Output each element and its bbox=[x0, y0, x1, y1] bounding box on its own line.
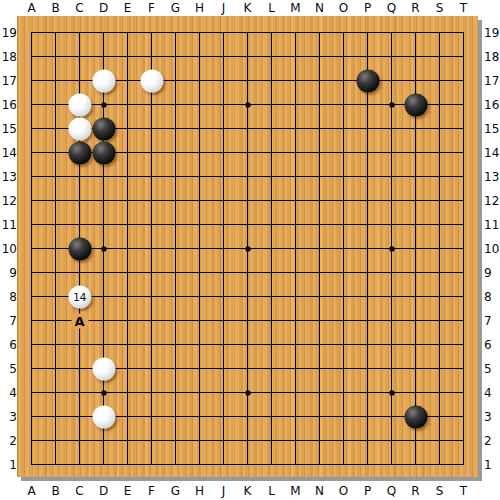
stone-white-F17[interactable] bbox=[140, 69, 163, 92]
coord-col-P: P bbox=[356, 484, 380, 498]
coord-row-8: 8 bbox=[484, 290, 500, 304]
coord-row-8: 8 bbox=[0, 290, 17, 304]
coord-row-18: 18 bbox=[0, 50, 17, 64]
stone-black-D15[interactable] bbox=[92, 117, 115, 140]
coord-row-13: 13 bbox=[484, 170, 500, 184]
coord-col-T: T bbox=[452, 484, 476, 498]
coord-col-B: B bbox=[44, 484, 68, 498]
coord-row-2: 2 bbox=[484, 434, 500, 448]
point-label-C7: A bbox=[71, 313, 88, 328]
coord-col-R: R bbox=[404, 1, 428, 15]
coord-row-1: 1 bbox=[484, 458, 500, 472]
coord-col-E: E bbox=[116, 1, 140, 15]
coord-row-12: 12 bbox=[484, 194, 500, 208]
coord-col-Q: Q bbox=[380, 484, 404, 498]
coord-col-O: O bbox=[332, 484, 356, 498]
coord-col-F: F bbox=[140, 1, 164, 15]
star-point-K16 bbox=[245, 102, 250, 107]
stone-black-P17[interactable] bbox=[356, 69, 379, 92]
coord-col-G: G bbox=[164, 484, 188, 498]
coord-col-T: T bbox=[452, 1, 476, 15]
coord-col-B: B bbox=[44, 1, 68, 15]
coord-col-C: C bbox=[68, 484, 92, 498]
coord-row-19: 19 bbox=[484, 26, 500, 40]
stone-white-D17[interactable] bbox=[92, 69, 115, 92]
coord-col-N: N bbox=[308, 1, 332, 15]
coord-row-7: 7 bbox=[0, 314, 17, 328]
move-number: 14 bbox=[73, 291, 86, 302]
coord-col-S: S bbox=[428, 1, 452, 15]
coord-col-R: R bbox=[404, 484, 428, 498]
coord-col-L: L bbox=[260, 484, 284, 498]
coord-col-K: K bbox=[236, 484, 260, 498]
coord-col-D: D bbox=[92, 1, 116, 15]
star-point-D4 bbox=[101, 390, 106, 395]
coord-col-E: E bbox=[116, 484, 140, 498]
stone-white-D3[interactable] bbox=[92, 405, 115, 428]
star-point-Q10 bbox=[389, 246, 394, 251]
stone-black-C14[interactable] bbox=[68, 141, 91, 164]
coord-row-6: 6 bbox=[484, 338, 500, 352]
coord-col-L: L bbox=[260, 1, 284, 15]
coord-col-C: C bbox=[68, 1, 92, 15]
coord-row-12: 12 bbox=[0, 194, 17, 208]
stone-white-C8[interactable]: 14 bbox=[68, 285, 91, 308]
coord-row-2: 2 bbox=[0, 434, 17, 448]
coord-row-7: 7 bbox=[484, 314, 500, 328]
coord-row-5: 5 bbox=[484, 362, 500, 376]
coord-row-3: 3 bbox=[484, 410, 500, 424]
go-board-page: 14 A ABCDEFGHJKLMNOPQRST ABCDEFGHJKLMNOP… bbox=[0, 0, 500, 500]
coord-row-15: 15 bbox=[484, 122, 500, 136]
coord-row-14: 14 bbox=[0, 146, 17, 160]
coord-row-10: 10 bbox=[484, 242, 500, 256]
coord-row-19: 19 bbox=[0, 26, 17, 40]
coord-col-F: F bbox=[140, 484, 164, 498]
coord-col-G: G bbox=[164, 1, 188, 15]
stone-black-R16[interactable] bbox=[404, 93, 427, 116]
coord-row-11: 11 bbox=[484, 218, 500, 232]
stone-white-D5[interactable] bbox=[92, 357, 115, 380]
coord-col-M: M bbox=[284, 1, 308, 15]
coord-col-P: P bbox=[356, 1, 380, 15]
star-point-Q16 bbox=[389, 102, 394, 107]
star-point-D16 bbox=[101, 102, 106, 107]
coord-col-A: A bbox=[20, 1, 44, 15]
coord-col-S: S bbox=[428, 484, 452, 498]
stone-white-C16[interactable] bbox=[68, 93, 91, 116]
coord-row-11: 11 bbox=[0, 218, 17, 232]
coord-row-3: 3 bbox=[0, 410, 17, 424]
coord-row-18: 18 bbox=[484, 50, 500, 64]
coord-col-M: M bbox=[284, 484, 308, 498]
coord-row-17: 17 bbox=[484, 74, 500, 88]
coord-row-16: 16 bbox=[484, 98, 500, 112]
coord-row-4: 4 bbox=[0, 386, 17, 400]
coord-row-16: 16 bbox=[0, 98, 17, 112]
coord-col-Q: Q bbox=[380, 1, 404, 15]
coord-col-H: H bbox=[188, 484, 212, 498]
star-point-D10 bbox=[101, 246, 106, 251]
coord-col-H: H bbox=[188, 1, 212, 15]
coord-row-4: 4 bbox=[484, 386, 500, 400]
coord-row-9: 9 bbox=[484, 266, 500, 280]
coord-row-14: 14 bbox=[484, 146, 500, 160]
coord-col-N: N bbox=[308, 484, 332, 498]
coord-col-J: J bbox=[212, 1, 236, 15]
stone-black-D14[interactable] bbox=[92, 141, 115, 164]
star-point-K10 bbox=[245, 246, 250, 251]
coord-row-13: 13 bbox=[0, 170, 17, 184]
stone-black-R3[interactable] bbox=[404, 405, 427, 428]
coord-col-O: O bbox=[332, 1, 356, 15]
coord-col-K: K bbox=[236, 1, 260, 15]
star-point-K4 bbox=[245, 390, 250, 395]
coord-row-9: 9 bbox=[0, 266, 17, 280]
stone-black-C10[interactable] bbox=[68, 237, 91, 260]
coord-row-10: 10 bbox=[0, 242, 17, 256]
coord-row-5: 5 bbox=[0, 362, 17, 376]
coord-row-6: 6 bbox=[0, 338, 17, 352]
stone-white-C15[interactable] bbox=[68, 117, 91, 140]
coord-col-D: D bbox=[92, 484, 116, 498]
coord-row-15: 15 bbox=[0, 122, 17, 136]
coord-row-17: 17 bbox=[0, 74, 17, 88]
star-point-Q4 bbox=[389, 390, 394, 395]
coord-col-A: A bbox=[20, 484, 44, 498]
coord-col-J: J bbox=[212, 484, 236, 498]
coord-row-1: 1 bbox=[0, 458, 17, 472]
